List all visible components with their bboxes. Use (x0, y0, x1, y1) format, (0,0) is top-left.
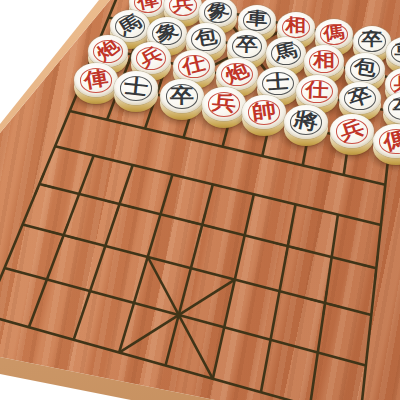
piece-character: 帥 (251, 100, 278, 123)
piece-character: 卒 (236, 36, 259, 55)
piece-top-face: 炮 (216, 58, 258, 90)
piece-top-face: 士 (114, 71, 158, 105)
piece-character: 卒 (362, 32, 383, 49)
piece-top-face: 將 (284, 105, 328, 139)
piece-character: 仕 (305, 81, 329, 101)
piece-top-face: 仕 (173, 50, 215, 82)
piece-character: 兵 (172, 0, 195, 14)
piece-character: 包 (194, 28, 219, 50)
piece-character: 俥 (82, 68, 109, 92)
piece-character: 包 (353, 58, 377, 79)
piece-top-face: 仕 (296, 75, 338, 107)
piece-red-ma-31[interactable]: 傌 (373, 124, 400, 165)
piece-black-jiang-29[interactable]: 將 (284, 105, 328, 146)
piece-character: 車 (246, 10, 268, 29)
piece-black-shi-25[interactable]: 士 (114, 71, 158, 112)
piece-character: 士 (266, 72, 290, 92)
piece-top-face: 卒 (339, 82, 381, 114)
piece-character: 士 (123, 76, 149, 98)
piece-top-face: 兵 (131, 42, 171, 74)
piece-character: 相 (286, 18, 307, 35)
piece-top-face: 包 (345, 53, 385, 85)
piece-top-face: 相 (304, 45, 344, 77)
piece-top-face: 帥 (242, 95, 286, 129)
piece-character: 車 (395, 43, 400, 60)
piece-character: 將 (292, 109, 320, 133)
piece-character: 兵 (394, 74, 400, 92)
piece-character: 卒 (393, 98, 400, 117)
xiangqi-scene: 俥兵象車相傌卒車馬象包卒馬相包兵炮兵仕炮士仕卒卒俥士卒兵帥將兵傌 (0, 0, 400, 400)
piece-character: 兵 (211, 92, 237, 114)
pieces-layer: 俥兵象車相傌卒車馬象包卒馬相包兵炮兵仕炮士仕卒卒俥士卒兵帥將兵傌 (0, 0, 400, 400)
piece-character: 傌 (322, 23, 345, 43)
piece-character: 卒 (170, 85, 194, 105)
piece-character: 相 (313, 51, 335, 69)
piece-top-face: 兵 (330, 114, 374, 148)
